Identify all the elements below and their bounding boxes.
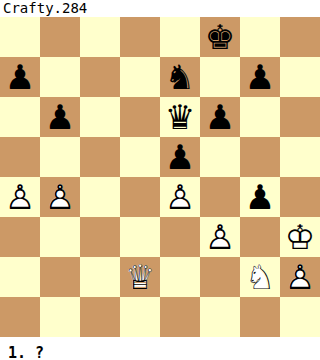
square-f8[interactable]: ♚ <box>200 17 240 57</box>
white-pawn: ♟♙ <box>0 177 40 217</box>
square-h1[interactable] <box>280 297 320 337</box>
square-d7[interactable] <box>120 57 160 97</box>
chess-board: ♚♟♞♟♟♛♟♟♟♙♟♙♟♙♟♟♙♚♔♛♕♞♘♟♙ <box>0 17 320 337</box>
square-a3[interactable] <box>0 217 40 257</box>
square-f7[interactable] <box>200 57 240 97</box>
square-e1[interactable] <box>160 297 200 337</box>
square-f4[interactable] <box>200 177 240 217</box>
square-h8[interactable] <box>280 17 320 57</box>
square-b2[interactable] <box>40 257 80 297</box>
white-pawn: ♟♙ <box>200 217 240 257</box>
square-e4[interactable]: ♟♙ <box>160 177 200 217</box>
white-pawn: ♟♙ <box>40 177 80 217</box>
square-f5[interactable] <box>200 137 240 177</box>
square-h5[interactable] <box>280 137 320 177</box>
square-a6[interactable] <box>0 97 40 137</box>
square-e2[interactable] <box>160 257 200 297</box>
square-g6[interactable] <box>240 97 280 137</box>
square-g2[interactable]: ♞♘ <box>240 257 280 297</box>
square-c7[interactable] <box>80 57 120 97</box>
square-b1[interactable] <box>40 297 80 337</box>
black-pawn: ♟ <box>240 57 280 97</box>
square-d6[interactable] <box>120 97 160 137</box>
square-b5[interactable] <box>40 137 80 177</box>
black-pawn: ♟ <box>160 137 200 177</box>
square-c8[interactable] <box>80 17 120 57</box>
square-a2[interactable] <box>0 257 40 297</box>
square-c4[interactable] <box>80 177 120 217</box>
square-g1[interactable] <box>240 297 280 337</box>
square-b4[interactable]: ♟♙ <box>40 177 80 217</box>
square-e3[interactable] <box>160 217 200 257</box>
square-c5[interactable] <box>80 137 120 177</box>
square-a7[interactable]: ♟ <box>0 57 40 97</box>
white-queen: ♛♕ <box>120 257 160 297</box>
square-b7[interactable] <box>40 57 80 97</box>
square-e8[interactable] <box>160 17 200 57</box>
square-h7[interactable] <box>280 57 320 97</box>
square-d5[interactable] <box>120 137 160 177</box>
square-e6[interactable]: ♛ <box>160 97 200 137</box>
engine-title: Crafty.284 <box>0 0 320 17</box>
square-g8[interactable] <box>240 17 280 57</box>
black-pawn: ♟ <box>200 97 240 137</box>
square-c1[interactable] <box>80 297 120 337</box>
square-d8[interactable] <box>120 17 160 57</box>
black-pawn: ♟ <box>0 57 40 97</box>
square-f6[interactable]: ♟ <box>200 97 240 137</box>
square-a4[interactable]: ♟♙ <box>0 177 40 217</box>
black-knight: ♞ <box>160 57 200 97</box>
square-f1[interactable] <box>200 297 240 337</box>
white-pawn: ♟♙ <box>160 177 200 217</box>
square-h3[interactable]: ♚♔ <box>280 217 320 257</box>
square-d1[interactable] <box>120 297 160 337</box>
square-c3[interactable] <box>80 217 120 257</box>
square-b6[interactable]: ♟ <box>40 97 80 137</box>
square-h6[interactable] <box>280 97 320 137</box>
square-c6[interactable] <box>80 97 120 137</box>
square-d2[interactable]: ♛♕ <box>120 257 160 297</box>
square-f3[interactable]: ♟♙ <box>200 217 240 257</box>
square-e7[interactable]: ♞ <box>160 57 200 97</box>
black-king: ♚ <box>200 17 240 57</box>
square-b8[interactable] <box>40 17 80 57</box>
square-g5[interactable] <box>240 137 280 177</box>
square-c2[interactable] <box>80 257 120 297</box>
square-e5[interactable]: ♟ <box>160 137 200 177</box>
square-a5[interactable] <box>0 137 40 177</box>
white-pawn: ♟♙ <box>280 257 320 297</box>
square-h4[interactable] <box>280 177 320 217</box>
move-prompt: 1. ? <box>0 337 320 360</box>
square-h2[interactable]: ♟♙ <box>280 257 320 297</box>
black-queen: ♛ <box>160 97 200 137</box>
square-d3[interactable] <box>120 217 160 257</box>
square-a8[interactable] <box>0 17 40 57</box>
white-king: ♚♔ <box>280 217 320 257</box>
square-g7[interactable]: ♟ <box>240 57 280 97</box>
white-knight: ♞♘ <box>240 257 280 297</box>
square-f2[interactable] <box>200 257 240 297</box>
square-b3[interactable] <box>40 217 80 257</box>
black-pawn: ♟ <box>40 97 80 137</box>
black-pawn: ♟ <box>240 177 280 217</box>
square-d4[interactable] <box>120 177 160 217</box>
square-a1[interactable] <box>0 297 40 337</box>
square-g3[interactable] <box>240 217 280 257</box>
square-g4[interactable]: ♟ <box>240 177 280 217</box>
